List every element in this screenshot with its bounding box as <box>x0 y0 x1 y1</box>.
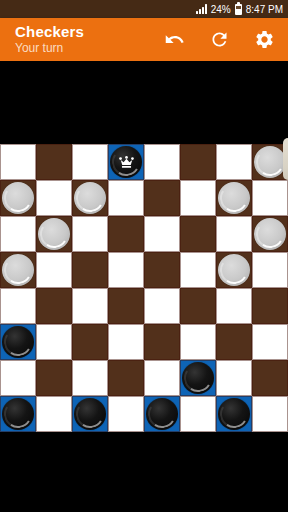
square-r2c7[interactable] <box>252 216 288 252</box>
white-man-piece[interactable] <box>74 182 106 214</box>
white-man-piece[interactable] <box>2 254 34 286</box>
board <box>0 144 288 432</box>
square-r3c6[interactable] <box>216 252 252 288</box>
signal-icon <box>196 4 207 14</box>
square-r2c1[interactable] <box>36 216 72 252</box>
square-r4c4 <box>144 288 180 324</box>
square-r5c7 <box>252 324 288 360</box>
square-r6c2 <box>72 360 108 396</box>
page-title: Checkers <box>15 23 84 40</box>
square-r5c6[interactable] <box>216 324 252 360</box>
square-r6c5[interactable] <box>180 360 216 396</box>
square-r7c5 <box>180 396 216 432</box>
square-r5c0[interactable] <box>0 324 36 360</box>
square-r4c1[interactable] <box>36 288 72 324</box>
square-r1c4[interactable] <box>144 180 180 216</box>
square-r0c3[interactable] <box>108 144 144 180</box>
square-r0c0 <box>0 144 36 180</box>
square-r2c5[interactable] <box>180 216 216 252</box>
app-bar-titles: Checkers Your turn <box>15 23 84 55</box>
clock-text: 8:47 PM <box>246 4 283 15</box>
square-r3c3 <box>108 252 144 288</box>
square-r1c3 <box>108 180 144 216</box>
app-bar: Checkers Your turn <box>0 18 288 61</box>
white-man-piece[interactable] <box>254 146 286 178</box>
square-r5c2[interactable] <box>72 324 108 360</box>
square-r1c0[interactable] <box>0 180 36 216</box>
square-r5c5 <box>180 324 216 360</box>
square-r3c5 <box>180 252 216 288</box>
square-r1c7 <box>252 180 288 216</box>
white-man-piece[interactable] <box>38 218 70 250</box>
square-r6c7[interactable] <box>252 360 288 396</box>
undo-icon <box>164 29 185 50</box>
undo-button[interactable] <box>164 29 185 50</box>
battery-icon <box>235 4 242 15</box>
square-r4c5[interactable] <box>180 288 216 324</box>
square-r4c7[interactable] <box>252 288 288 324</box>
black-man-piece[interactable] <box>146 398 178 430</box>
black-man-piece[interactable] <box>74 398 106 430</box>
square-r7c3 <box>108 396 144 432</box>
square-r3c4[interactable] <box>144 252 180 288</box>
square-r0c6 <box>216 144 252 180</box>
square-r7c1 <box>36 396 72 432</box>
black-man-piece[interactable] <box>182 362 214 394</box>
square-r2c3[interactable] <box>108 216 144 252</box>
square-r1c2[interactable] <box>72 180 108 216</box>
square-r1c6[interactable] <box>216 180 252 216</box>
square-r6c0 <box>0 360 36 396</box>
square-r4c3[interactable] <box>108 288 144 324</box>
square-r6c3[interactable] <box>108 360 144 396</box>
turn-status: Your turn <box>15 42 84 56</box>
square-r3c2[interactable] <box>72 252 108 288</box>
square-r2c0 <box>0 216 36 252</box>
square-r6c1[interactable] <box>36 360 72 396</box>
settings-button[interactable] <box>254 29 275 50</box>
square-r5c3 <box>108 324 144 360</box>
square-r7c7 <box>252 396 288 432</box>
offscreen-piece-fragment <box>283 138 288 180</box>
restart-icon <box>209 29 230 50</box>
square-r2c2 <box>72 216 108 252</box>
square-r0c5[interactable] <box>180 144 216 180</box>
square-r5c1 <box>36 324 72 360</box>
square-r4c0 <box>0 288 36 324</box>
restart-button[interactable] <box>209 29 230 50</box>
square-r1c1 <box>36 180 72 216</box>
status-bar: 24% 8:47 PM <box>0 0 288 18</box>
square-r7c0[interactable] <box>0 396 36 432</box>
square-r2c6 <box>216 216 252 252</box>
square-r0c4 <box>144 144 180 180</box>
white-man-piece[interactable] <box>218 254 250 286</box>
black-king-piece[interactable] <box>110 146 142 178</box>
white-man-piece[interactable] <box>254 218 286 250</box>
square-r4c2 <box>72 288 108 324</box>
square-r5c4[interactable] <box>144 324 180 360</box>
square-r0c2 <box>72 144 108 180</box>
square-r7c6[interactable] <box>216 396 252 432</box>
square-r6c6 <box>216 360 252 396</box>
square-r3c7 <box>252 252 288 288</box>
square-r2c4 <box>144 216 180 252</box>
square-r3c0[interactable] <box>0 252 36 288</box>
square-r6c4 <box>144 360 180 396</box>
black-man-piece[interactable] <box>2 398 34 430</box>
crown-icon <box>118 155 135 169</box>
black-man-piece[interactable] <box>218 398 250 430</box>
app-bar-actions <box>164 29 275 50</box>
square-r4c6 <box>216 288 252 324</box>
white-man-piece[interactable] <box>2 182 34 214</box>
square-r7c4[interactable] <box>144 396 180 432</box>
white-man-piece[interactable] <box>218 182 250 214</box>
battery-percent: 24% <box>211 4 231 15</box>
square-r3c1 <box>36 252 72 288</box>
checkers-app-screen: 24% 8:47 PM Checkers Your turn <box>0 0 288 512</box>
square-r1c5 <box>180 180 216 216</box>
square-r0c1[interactable] <box>36 144 72 180</box>
gear-icon <box>254 29 275 50</box>
square-r7c2[interactable] <box>72 396 108 432</box>
black-man-piece[interactable] <box>2 326 34 358</box>
